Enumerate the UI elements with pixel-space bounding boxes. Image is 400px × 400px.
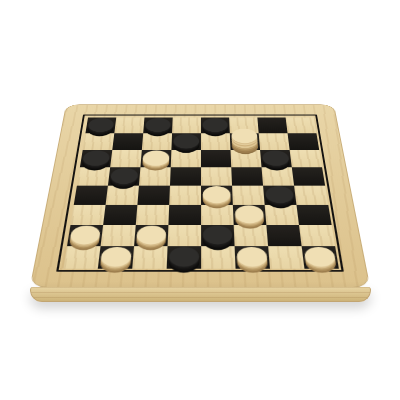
- square-r8c5[interactable]: [201, 246, 235, 268]
- square-r5c7[interactable]: ●: [263, 186, 296, 205]
- board-front-edge: [30, 287, 371, 302]
- square-r8c8[interactable]: ●: [302, 246, 339, 268]
- square-r8c2[interactable]: ●: [98, 246, 134, 268]
- square-r6c7[interactable]: [265, 205, 299, 225]
- black-piece[interactable]: ●: [201, 221, 235, 246]
- square-r2c8[interactable]: [288, 133, 320, 150]
- square-r8c1[interactable]: [63, 246, 100, 268]
- black-piece[interactable]: ●: [260, 146, 292, 166]
- light-piece[interactable]: ●: [234, 242, 270, 268]
- square-r5c3[interactable]: [137, 186, 170, 205]
- square-r1c7[interactable]: [257, 118, 287, 134]
- square-r5c4[interactable]: [169, 186, 201, 205]
- board-grid: ●●●●●●●●●●●●●●●●●●●: [63, 118, 339, 269]
- square-r3c8[interactable]: [290, 150, 322, 167]
- square-r5c5[interactable]: ●: [201, 186, 233, 205]
- square-r5c8[interactable]: [294, 186, 328, 205]
- square-r3c7[interactable]: ●: [260, 150, 292, 167]
- square-r3c5[interactable]: [201, 150, 231, 167]
- light-piece[interactable]: ●: [201, 182, 233, 204]
- light-piece[interactable]: ●: [301, 242, 339, 268]
- square-r1c1[interactable]: ●: [85, 118, 116, 134]
- scene: ●●●●●●●●●●●●●●●●●●●: [0, 0, 400, 400]
- square-r6c4[interactable]: [168, 205, 201, 225]
- light-piece[interactable]: ●: [98, 242, 135, 268]
- light-king-piece[interactable]: ●: [229, 125, 259, 144]
- light-piece[interactable]: ●: [140, 146, 171, 166]
- square-r3c6[interactable]: [231, 150, 262, 167]
- black-piece[interactable]: ●: [85, 114, 116, 132]
- black-piece[interactable]: ●: [263, 182, 297, 204]
- square-r3c3[interactable]: ●: [140, 150, 171, 167]
- square-r8c7[interactable]: [268, 246, 304, 268]
- square-r4c6[interactable]: [231, 167, 263, 185]
- square-r1c8[interactable]: [286, 118, 317, 134]
- square-r8c4[interactable]: ●: [167, 246, 201, 268]
- square-r6c8[interactable]: [296, 205, 331, 225]
- black-piece[interactable]: ●: [143, 114, 173, 132]
- square-r1c3[interactable]: ●: [143, 118, 173, 134]
- square-r7c3[interactable]: ●: [134, 225, 168, 246]
- black-piece[interactable]: ●: [108, 164, 141, 185]
- square-r2c5[interactable]: [201, 133, 231, 150]
- black-piece[interactable]: ●: [166, 242, 201, 268]
- square-r4c8[interactable]: [292, 167, 325, 185]
- square-r2c4[interactable]: ●: [171, 133, 201, 150]
- light-piece[interactable]: ●: [232, 201, 266, 224]
- square-r4c3[interactable]: [139, 167, 171, 185]
- square-r1c2[interactable]: [114, 118, 144, 134]
- square-r5c2[interactable]: [106, 186, 139, 205]
- black-piece[interactable]: ●: [171, 130, 201, 149]
- black-piece[interactable]: ●: [201, 114, 230, 132]
- black-piece[interactable]: ●: [80, 146, 113, 166]
- board-playing-area: ●●●●●●●●●●●●●●●●●●●: [56, 115, 344, 272]
- square-r1c5[interactable]: ●: [201, 118, 230, 134]
- square-r7c1[interactable]: ●: [67, 225, 103, 246]
- square-r3c4[interactable]: [171, 150, 201, 167]
- photo-canvas: ●●●●●●●●●●●●●●●●●●●: [0, 0, 400, 400]
- light-piece[interactable]: ●: [67, 221, 104, 246]
- square-r6c6[interactable]: ●: [233, 205, 266, 225]
- square-r2c2[interactable]: [112, 133, 143, 150]
- square-r4c4[interactable]: [170, 167, 201, 185]
- square-r7c5[interactable]: ●: [201, 225, 235, 246]
- square-r3c1[interactable]: ●: [80, 150, 112, 167]
- square-r6c2[interactable]: [103, 205, 137, 225]
- square-r7c7[interactable]: [266, 225, 301, 246]
- light-piece[interactable]: ●: [134, 221, 169, 246]
- square-r8c3[interactable]: [132, 246, 167, 268]
- square-r4c1[interactable]: [77, 167, 110, 185]
- checkers-board: ●●●●●●●●●●●●●●●●●●●: [30, 104, 371, 287]
- square-r2c6[interactable]: ●: [230, 133, 260, 150]
- square-r5c1[interactable]: [74, 186, 108, 205]
- square-r8c6[interactable]: ●: [235, 246, 270, 268]
- square-r4c2[interactable]: ●: [108, 167, 141, 185]
